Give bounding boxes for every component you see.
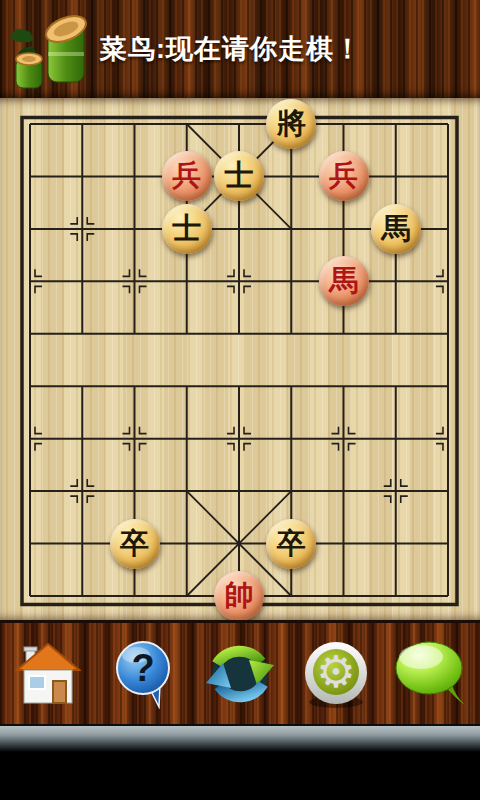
- settings-gear-icon: ⚙: [301, 639, 371, 709]
- app-screen: 菜鸟:现在请你走棋！ 將兵士兵士馬馬卒卒帥: [0, 0, 480, 800]
- piece-black-horse[interactable]: 馬: [371, 204, 421, 254]
- piece-red-soldier[interactable]: 兵: [162, 151, 212, 201]
- piece-black-soldier[interactable]: 卒: [110, 519, 160, 569]
- svg-text:⚙: ⚙: [316, 646, 355, 697]
- refresh-button[interactable]: [197, 632, 283, 716]
- piece-black-soldier[interactable]: 卒: [266, 519, 316, 569]
- status-message: 菜鸟:现在请你走棋！: [100, 0, 362, 98]
- toolbar: ?: [0, 620, 480, 724]
- svg-text:?: ?: [131, 647, 154, 689]
- chat-button[interactable]: [389, 632, 475, 716]
- piece-black-advisor[interactable]: 士: [162, 204, 212, 254]
- help-button[interactable]: ?: [101, 632, 187, 716]
- piece-black-general[interactable]: 將: [266, 99, 316, 149]
- piece-red-horse[interactable]: 馬: [319, 256, 369, 306]
- chat-bubble-icon: [393, 640, 471, 708]
- footer-strip: [0, 724, 480, 752]
- board-section: 將兵士兵士馬馬卒卒帥: [0, 98, 480, 620]
- piece-red-general[interactable]: 帥: [214, 571, 264, 621]
- help-question-icon: ?: [114, 639, 174, 709]
- refresh-arrows-icon: [203, 638, 277, 710]
- piece-red-soldier[interactable]: 兵: [319, 151, 369, 201]
- home-icon: [15, 643, 81, 705]
- bottom-black-area: [0, 752, 480, 797]
- bamboo-logo-icon: [8, 6, 100, 92]
- home-button[interactable]: [5, 632, 91, 716]
- settings-button[interactable]: ⚙: [293, 632, 379, 716]
- title-bar: 菜鸟:现在请你走棋！: [0, 0, 480, 98]
